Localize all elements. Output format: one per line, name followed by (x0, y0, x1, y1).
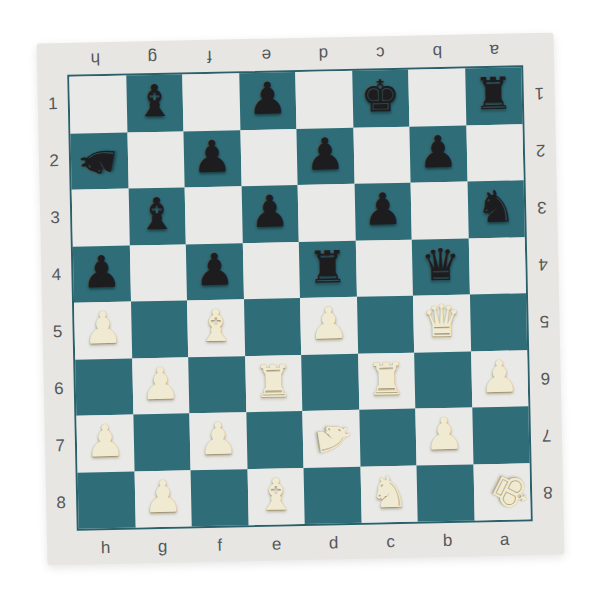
square-d6[interactable] (301, 353, 359, 411)
square-b5[interactable]: ♛ (413, 294, 471, 352)
white-pawn-piece[interactable]: ♟ (140, 361, 180, 406)
black-knight-piece[interactable]: ♞ (72, 137, 123, 184)
rank-right-label-5: 5 (539, 313, 549, 330)
white-rook-piece[interactable]: ♜ (253, 359, 293, 404)
black-bishop-piece[interactable]: ♝ (137, 192, 177, 237)
square-d3[interactable] (298, 184, 356, 242)
black-rook-piece[interactable]: ♜ (473, 72, 513, 117)
black-knight-piece[interactable]: ♞ (476, 185, 516, 230)
square-e5[interactable] (243, 298, 301, 356)
white-rook-piece[interactable]: ♜ (366, 357, 406, 402)
square-h4[interactable]: ♟ (73, 245, 131, 303)
black-king-piece[interactable]: ♚ (360, 74, 400, 119)
square-d7[interactable]: ♞ (302, 410, 360, 468)
file-top-label-g: g (124, 48, 181, 66)
square-c4[interactable] (355, 239, 413, 297)
black-pawn-piece[interactable]: ♟ (250, 189, 290, 234)
black-pawn-piece[interactable]: ♟ (192, 134, 232, 179)
rank-right-label-4: 4 (538, 256, 548, 273)
square-g4[interactable] (129, 244, 187, 302)
rank-left-label-5: 5 (53, 323, 63, 340)
file-bottom-label-f: f (191, 536, 248, 554)
square-b4[interactable]: ♛ (412, 238, 470, 296)
board-grid: ♝♟♚♜♞♟♟♟♝♟♟♞♟♟♜♛♟♝♟♛♟♜♜♟♟♟♞♟♟♝♞♚ (67, 65, 532, 530)
rank-left-label-1: 1 (48, 95, 58, 112)
square-h2[interactable]: ♞ (70, 132, 128, 190)
square-h3[interactable] (72, 189, 130, 247)
square-a4[interactable] (468, 237, 526, 295)
square-g7[interactable] (133, 413, 191, 471)
file-bottom-label-c: c (362, 532, 419, 550)
square-e8[interactable]: ♝ (247, 467, 305, 525)
rank-right-label-8: 8 (543, 484, 553, 501)
file-top-label-b: b (409, 42, 466, 60)
rank-right-label-7: 7 (541, 427, 551, 444)
square-g2[interactable] (127, 131, 185, 189)
square-a8[interactable]: ♚ (473, 463, 531, 521)
rank-right-label-1: 1 (534, 85, 544, 102)
white-pawn-piece[interactable]: ♟ (309, 301, 349, 346)
rank-left-label-2: 2 (49, 152, 59, 169)
white-pawn-piece[interactable]: ♟ (85, 419, 125, 464)
square-e3[interactable]: ♟ (241, 185, 299, 243)
white-pawn-piece[interactable]: ♟ (479, 354, 519, 399)
square-b2[interactable]: ♟ (409, 125, 467, 183)
file-bottom-label-b: b (419, 531, 476, 549)
rank-right-label-2: 2 (536, 142, 546, 159)
file-top-label-e: e (238, 46, 295, 64)
square-b6[interactable] (414, 351, 472, 409)
black-rook-piece[interactable]: ♜ (307, 245, 347, 290)
square-g5[interactable] (131, 300, 189, 358)
square-e6[interactable]: ♜ (245, 354, 303, 412)
square-b3[interactable] (411, 181, 469, 239)
rank-left-label-6: 6 (54, 380, 64, 397)
white-knight-piece[interactable]: ♞ (308, 415, 358, 461)
white-pawn-piece[interactable]: ♟ (198, 417, 238, 462)
white-pawn-piece[interactable]: ♟ (143, 474, 183, 519)
rank-right-label-3: 3 (537, 199, 547, 216)
square-b7[interactable]: ♟ (415, 407, 473, 465)
black-pawn-piece[interactable]: ♟ (81, 250, 121, 295)
square-g1[interactable]: ♝ (126, 74, 184, 132)
white-knight-piece[interactable]: ♞ (369, 470, 409, 515)
square-b8[interactable] (417, 464, 475, 522)
chess-mat: hgfedcba 12345678 ♝♟♚♜♞♟♟♟♝♟♟♞♟♟♜♛♟♝♟♛♟♜… (37, 33, 565, 566)
rank-left-label-3: 3 (50, 209, 60, 226)
file-top-label-c: c (352, 43, 409, 61)
square-d1[interactable] (295, 71, 353, 129)
file-bottom-label-d: d (305, 533, 362, 551)
square-c1[interactable]: ♚ (352, 70, 410, 128)
file-bottom-label-g: g (134, 537, 191, 555)
square-d8[interactable] (304, 466, 362, 524)
square-a2[interactable] (466, 124, 524, 182)
square-d2[interactable]: ♟ (296, 127, 354, 185)
square-c5[interactable] (356, 296, 414, 354)
white-bishop-piece[interactable]: ♝ (196, 304, 236, 349)
square-f2[interactable]: ♟ (183, 130, 241, 188)
white-bishop-piece[interactable]: ♝ (256, 472, 296, 517)
square-f1[interactable] (182, 73, 240, 131)
square-e1[interactable]: ♟ (239, 72, 297, 130)
file-top-label-f: f (181, 47, 238, 65)
square-c6[interactable]: ♜ (358, 352, 416, 410)
black-pawn-piece[interactable]: ♟ (418, 129, 458, 174)
white-pawn-piece[interactable]: ♟ (83, 306, 123, 351)
square-c8[interactable]: ♞ (360, 465, 418, 523)
square-c7[interactable] (359, 409, 417, 467)
black-pawn-piece[interactable]: ♟ (194, 247, 234, 292)
square-e4[interactable] (242, 242, 300, 300)
square-e2[interactable] (240, 129, 298, 187)
square-g6[interactable]: ♟ (132, 357, 190, 415)
square-f8[interactable] (191, 469, 249, 527)
square-c3[interactable]: ♟ (354, 183, 412, 241)
square-a5[interactable] (469, 293, 527, 351)
rank-right-label-6: 6 (540, 370, 550, 387)
square-h7[interactable]: ♟ (76, 415, 134, 473)
square-d5[interactable]: ♟ (300, 297, 358, 355)
file-top-label-d: d (295, 44, 352, 62)
rank-left-label-4: 4 (52, 266, 62, 283)
square-b1[interactable] (408, 69, 466, 127)
black-bishop-piece[interactable]: ♝ (134, 79, 174, 124)
square-g8[interactable]: ♟ (134, 470, 192, 528)
file-top-label-h: h (67, 49, 124, 67)
white-pawn-piece[interactable]: ♟ (424, 412, 464, 457)
rank-left-label-7: 7 (55, 437, 65, 454)
file-top-label-a: a (466, 41, 523, 59)
square-h1[interactable] (69, 76, 127, 134)
black-pawn-piece[interactable]: ♟ (305, 132, 345, 177)
square-f3[interactable] (185, 186, 243, 244)
square-f6[interactable] (188, 356, 246, 414)
white-queen-piece[interactable]: ♛ (422, 299, 462, 344)
black-pawn-piece[interactable]: ♟ (363, 187, 403, 232)
file-bottom-label-e: e (248, 534, 305, 552)
square-c2[interactable] (353, 126, 411, 184)
rank-left-label-8: 8 (56, 494, 66, 511)
square-a3[interactable]: ♞ (467, 180, 525, 238)
square-e7[interactable] (246, 411, 304, 469)
square-a6[interactable]: ♟ (471, 350, 529, 408)
black-queen-piece[interactable]: ♛ (420, 242, 460, 287)
file-bottom-label-h: h (77, 538, 134, 556)
square-a1[interactable]: ♜ (465, 67, 523, 125)
square-f7[interactable]: ♟ (189, 412, 247, 470)
square-h8[interactable] (78, 471, 136, 529)
square-h6[interactable] (75, 358, 133, 416)
square-h5[interactable]: ♟ (74, 302, 132, 360)
square-f5[interactable]: ♝ (187, 299, 245, 357)
square-f4[interactable]: ♟ (186, 243, 244, 301)
square-a7[interactable] (472, 406, 530, 464)
square-g3[interactable]: ♝ (128, 187, 186, 245)
file-bottom-label-a: a (476, 530, 533, 548)
black-pawn-piece[interactable]: ♟ (247, 76, 287, 121)
square-d4[interactable]: ♜ (299, 240, 357, 298)
